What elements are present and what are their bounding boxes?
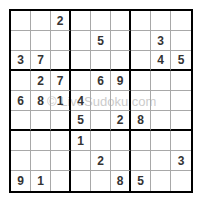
cell-r3c3[interactable] (51, 51, 71, 71)
cell-r3c4[interactable] (71, 51, 91, 71)
cell-r1c7[interactable] (131, 11, 151, 31)
cell-r1c5[interactable] (91, 11, 111, 31)
cell-r7c7[interactable] (131, 131, 151, 151)
cell-r2c5[interactable]: 5 (91, 31, 111, 51)
sudoku-screen: © LiveSudoku.com 25337452769681452812391… (0, 0, 200, 200)
cell-r2c1[interactable] (11, 31, 31, 51)
sudoku-board: © LiveSudoku.com 25337452769681452812391… (9, 9, 193, 193)
cell-r4c6[interactable]: 9 (111, 71, 131, 91)
cell-r8c5[interactable]: 2 (91, 151, 111, 171)
cell-r9c3[interactable] (51, 171, 71, 191)
cell-r3c1[interactable]: 3 (11, 51, 31, 71)
cell-r7c4[interactable]: 1 (71, 131, 91, 151)
cell-r2c2[interactable] (31, 31, 51, 51)
cell-r6c3[interactable] (51, 111, 71, 131)
cell-r1c9[interactable] (171, 11, 191, 31)
cell-r9c6[interactable]: 8 (111, 171, 131, 191)
cell-r6c4[interactable]: 5 (71, 111, 91, 131)
cell-r4c8[interactable] (151, 71, 171, 91)
cell-r1c1[interactable] (11, 11, 31, 31)
cell-r8c2[interactable] (31, 151, 51, 171)
cell-r3c2[interactable]: 7 (31, 51, 51, 71)
cell-r2c8[interactable]: 3 (151, 31, 171, 51)
cell-r7c1[interactable] (11, 131, 31, 151)
cell-r4c1[interactable] (11, 71, 31, 91)
cell-r7c3[interactable] (51, 131, 71, 151)
cell-r1c2[interactable] (31, 11, 51, 31)
cell-r4c7[interactable] (131, 71, 151, 91)
cell-r8c8[interactable] (151, 151, 171, 171)
cell-r9c2[interactable]: 1 (31, 171, 51, 191)
cell-r6c1[interactable] (11, 111, 31, 131)
cell-r3c9[interactable]: 5 (171, 51, 191, 71)
cell-r6c9[interactable] (171, 111, 191, 131)
cell-r7c8[interactable] (151, 131, 171, 151)
cell-r3c5[interactable] (91, 51, 111, 71)
cell-r5c2[interactable]: 8 (31, 91, 51, 111)
cell-r2c3[interactable] (51, 31, 71, 51)
cell-r4c2[interactable]: 2 (31, 71, 51, 91)
cell-r8c9[interactable]: 3 (171, 151, 191, 171)
cell-r4c9[interactable] (171, 71, 191, 91)
cell-r6c2[interactable] (31, 111, 51, 131)
cell-r3c6[interactable] (111, 51, 131, 71)
cell-r9c9[interactable] (171, 171, 191, 191)
cell-r3c8[interactable]: 4 (151, 51, 171, 71)
cell-r6c5[interactable] (91, 111, 111, 131)
cell-r9c8[interactable] (151, 171, 171, 191)
cell-r2c9[interactable] (171, 31, 191, 51)
cell-r7c9[interactable] (171, 131, 191, 151)
cell-r7c5[interactable] (91, 131, 111, 151)
cell-r9c7[interactable]: 5 (131, 171, 151, 191)
cell-r7c6[interactable] (111, 131, 131, 151)
cell-r8c3[interactable] (51, 151, 71, 171)
cell-r2c4[interactable] (71, 31, 91, 51)
cell-r6c8[interactable] (151, 111, 171, 131)
cell-r1c3[interactable]: 2 (51, 11, 71, 31)
cell-r1c4[interactable] (71, 11, 91, 31)
cell-r8c4[interactable] (71, 151, 91, 171)
cell-r9c1[interactable]: 9 (11, 171, 31, 191)
cell-r5c8[interactable] (151, 91, 171, 111)
cell-r6c6[interactable]: 2 (111, 111, 131, 131)
cell-r6c7[interactable]: 8 (131, 111, 151, 131)
cell-r4c3[interactable]: 7 (51, 71, 71, 91)
cell-r2c6[interactable] (111, 31, 131, 51)
cell-r5c6[interactable] (111, 91, 131, 111)
cell-r8c6[interactable] (111, 151, 131, 171)
cell-r5c3[interactable]: 1 (51, 91, 71, 111)
cell-r5c7[interactable] (131, 91, 151, 111)
sudoku-grid: 2533745276968145281239185 (11, 11, 191, 191)
cell-r9c4[interactable] (71, 171, 91, 191)
cell-r7c2[interactable] (31, 131, 51, 151)
cell-r5c9[interactable] (171, 91, 191, 111)
cell-r1c8[interactable] (151, 11, 171, 31)
cell-r1c6[interactable] (111, 11, 131, 31)
cell-r9c5[interactable] (91, 171, 111, 191)
cell-r5c5[interactable] (91, 91, 111, 111)
cell-r4c5[interactable]: 6 (91, 71, 111, 91)
cell-r8c1[interactable] (11, 151, 31, 171)
cell-r2c7[interactable] (131, 31, 151, 51)
cell-r8c7[interactable] (131, 151, 151, 171)
cell-r5c1[interactable]: 6 (11, 91, 31, 111)
cell-r3c7[interactable] (131, 51, 151, 71)
cell-r4c4[interactable] (71, 71, 91, 91)
cell-r5c4[interactable]: 4 (71, 91, 91, 111)
